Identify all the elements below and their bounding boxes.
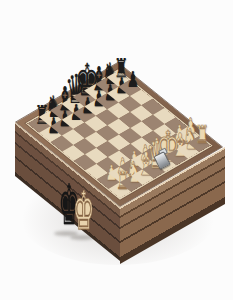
white-king-display: ♚: [73, 184, 89, 237]
black-king-display: ♚: [58, 177, 73, 233]
product-photo: ♜♞♝♛♚♝♞♜♟♟♟♟♟♟♟♟♟♟♟♟♟♟♟♟♜♞♝♛♚♝♞♜ ♚ ♚: [0, 0, 233, 300]
white-rook: ♜: [184, 123, 221, 147]
black-pawn: ♟: [114, 70, 151, 91]
